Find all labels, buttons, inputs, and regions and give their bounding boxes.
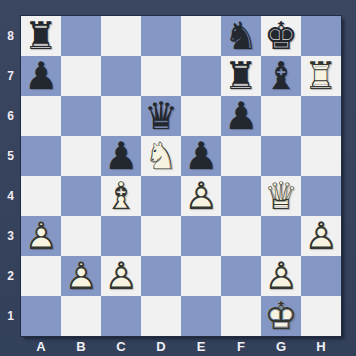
square-h1[interactable] xyxy=(301,296,341,336)
square-e4[interactable]: ♟♙ xyxy=(181,176,221,216)
square-g4[interactable]: ♛♕ xyxy=(261,176,301,216)
square-h6[interactable] xyxy=(301,96,341,136)
square-d5[interactable]: ♞♘ xyxy=(141,136,181,176)
square-b4[interactable] xyxy=(61,176,101,216)
square-b5[interactable] xyxy=(61,136,101,176)
square-d6[interactable]: ♛ xyxy=(141,96,181,136)
square-e7[interactable] xyxy=(181,56,221,96)
square-f5[interactable] xyxy=(221,136,261,176)
square-c3[interactable] xyxy=(101,216,141,256)
chess-board: ♜♞♚♟♜♝♜♖♛♟♟♞♘♟♝♗♟♙♛♕♟♙♟♙♟♙♟♙♟♙♚♔ xyxy=(21,16,341,336)
square-h3[interactable]: ♟♙ xyxy=(301,216,341,256)
black-bishop[interactable]: ♝ xyxy=(261,56,301,96)
square-f3[interactable] xyxy=(221,216,261,256)
black-bishop-fill-glyph: ♝ xyxy=(261,56,301,96)
square-c5[interactable]: ♟ xyxy=(101,136,141,176)
rank-label-2: 2 xyxy=(0,256,21,296)
rank-label-4: 4 xyxy=(0,176,21,216)
black-queen[interactable]: ♛ xyxy=(141,96,181,136)
white-pawn[interactable]: ♟♙ xyxy=(181,176,221,216)
square-a6[interactable] xyxy=(21,96,61,136)
white-knight-outline-glyph: ♘ xyxy=(141,136,181,176)
black-rook[interactable]: ♜ xyxy=(221,56,261,96)
white-pawn-outline-glyph: ♙ xyxy=(61,256,101,296)
square-g1[interactable]: ♚♔ xyxy=(261,296,301,336)
white-pawn-outline-glyph: ♙ xyxy=(21,216,61,256)
file-label-a: A xyxy=(21,336,61,356)
square-d1[interactable] xyxy=(141,296,181,336)
white-king[interactable]: ♚♔ xyxy=(261,296,301,336)
square-c6[interactable] xyxy=(101,96,141,136)
white-pawn[interactable]: ♟♙ xyxy=(261,256,301,296)
square-e1[interactable] xyxy=(181,296,221,336)
black-pawn[interactable]: ♟ xyxy=(21,56,61,96)
black-knight[interactable]: ♞ xyxy=(221,16,261,56)
rank-label-5: 5 xyxy=(0,136,21,176)
rank-label-1: 1 xyxy=(0,296,21,336)
square-f6[interactable]: ♟ xyxy=(221,96,261,136)
rank-label-7: 7 xyxy=(0,56,21,96)
file-label-g: G xyxy=(261,336,301,356)
rank-label-6: 6 xyxy=(0,96,21,136)
file-label-d: D xyxy=(141,336,181,356)
white-pawn[interactable]: ♟♙ xyxy=(61,256,101,296)
black-queen-fill-glyph: ♛ xyxy=(141,96,181,136)
square-c4[interactable]: ♝♗ xyxy=(101,176,141,216)
square-g3[interactable] xyxy=(261,216,301,256)
black-pawn[interactable]: ♟ xyxy=(101,136,141,176)
black-rook-fill-glyph: ♜ xyxy=(221,56,261,96)
square-g2[interactable]: ♟♙ xyxy=(261,256,301,296)
square-b8[interactable] xyxy=(61,16,101,56)
white-queen[interactable]: ♛♕ xyxy=(261,176,301,216)
square-f2[interactable] xyxy=(221,256,261,296)
black-pawn-fill-glyph: ♟ xyxy=(21,56,61,96)
black-pawn[interactable]: ♟ xyxy=(181,136,221,176)
white-knight[interactable]: ♞♘ xyxy=(141,136,181,176)
white-pawn-outline-glyph: ♙ xyxy=(301,216,341,256)
square-g6[interactable] xyxy=(261,96,301,136)
black-king[interactable]: ♚ xyxy=(261,16,301,56)
black-rook[interactable]: ♜ xyxy=(21,16,61,56)
white-pawn-outline-glyph: ♙ xyxy=(181,176,221,216)
black-knight-fill-glyph: ♞ xyxy=(221,16,261,56)
square-b2[interactable]: ♟♙ xyxy=(61,256,101,296)
square-f7[interactable]: ♜ xyxy=(221,56,261,96)
chess-diagram: 87654321 ♜♞♚♟♜♝♜♖♛♟♟♞♘♟♝♗♟♙♛♕♟♙♟♙♟♙♟♙♟♙♚… xyxy=(0,0,356,356)
white-pawn[interactable]: ♟♙ xyxy=(301,216,341,256)
square-g5[interactable] xyxy=(261,136,301,176)
file-label-c: C xyxy=(101,336,141,356)
file-label-e: E xyxy=(181,336,221,356)
white-pawn-outline-glyph: ♙ xyxy=(261,256,301,296)
square-d2[interactable] xyxy=(141,256,181,296)
file-label-b: B xyxy=(61,336,101,356)
square-e6[interactable] xyxy=(181,96,221,136)
square-c8[interactable] xyxy=(101,16,141,56)
square-f1[interactable] xyxy=(221,296,261,336)
square-b1[interactable] xyxy=(61,296,101,336)
square-c2[interactable]: ♟♙ xyxy=(101,256,141,296)
square-a8[interactable]: ♜ xyxy=(21,16,61,56)
black-pawn-fill-glyph: ♟ xyxy=(181,136,221,176)
black-pawn-fill-glyph: ♟ xyxy=(101,136,141,176)
black-rook-fill-glyph: ♜ xyxy=(21,16,61,56)
square-a3[interactable]: ♟♙ xyxy=(21,216,61,256)
square-a2[interactable] xyxy=(21,256,61,296)
white-bishop-outline-glyph: ♗ xyxy=(101,176,141,216)
white-rook[interactable]: ♜♖ xyxy=(301,56,341,96)
rank-label-3: 3 xyxy=(0,216,21,256)
square-c1[interactable] xyxy=(101,296,141,336)
black-pawn[interactable]: ♟ xyxy=(221,96,261,136)
square-h8[interactable] xyxy=(301,16,341,56)
white-pawn[interactable]: ♟♙ xyxy=(101,256,141,296)
square-f8[interactable]: ♞ xyxy=(221,16,261,56)
white-queen-outline-glyph: ♕ xyxy=(261,176,301,216)
square-h7[interactable]: ♜♖ xyxy=(301,56,341,96)
square-c7[interactable] xyxy=(101,56,141,96)
rank-labels: 87654321 xyxy=(0,16,21,336)
square-e5[interactable]: ♟ xyxy=(181,136,221,176)
square-f4[interactable] xyxy=(221,176,261,216)
black-king-fill-glyph: ♚ xyxy=(261,16,301,56)
square-d7[interactable] xyxy=(141,56,181,96)
square-e3[interactable] xyxy=(181,216,221,256)
square-d4[interactable] xyxy=(141,176,181,216)
square-h5[interactable] xyxy=(301,136,341,176)
square-a4[interactable] xyxy=(21,176,61,216)
square-d8[interactable] xyxy=(141,16,181,56)
rank-label-8: 8 xyxy=(0,16,21,56)
square-e8[interactable] xyxy=(181,16,221,56)
square-a7[interactable]: ♟ xyxy=(21,56,61,96)
square-g8[interactable]: ♚ xyxy=(261,16,301,56)
white-pawn-outline-glyph: ♙ xyxy=(101,256,141,296)
square-h2[interactable] xyxy=(301,256,341,296)
square-e2[interactable] xyxy=(181,256,221,296)
white-pawn[interactable]: ♟♙ xyxy=(21,216,61,256)
file-label-h: H xyxy=(301,336,341,356)
square-a5[interactable] xyxy=(21,136,61,176)
square-b6[interactable] xyxy=(61,96,101,136)
white-king-outline-glyph: ♔ xyxy=(261,296,301,336)
square-a1[interactable] xyxy=(21,296,61,336)
white-bishop[interactable]: ♝♗ xyxy=(101,176,141,216)
square-h4[interactable] xyxy=(301,176,341,216)
file-label-f: F xyxy=(221,336,261,356)
black-pawn-fill-glyph: ♟ xyxy=(221,96,261,136)
file-labels: ABCDEFGH xyxy=(21,336,341,356)
white-rook-outline-glyph: ♖ xyxy=(301,56,341,96)
square-b7[interactable] xyxy=(61,56,101,96)
square-g7[interactable]: ♝ xyxy=(261,56,301,96)
square-b3[interactable] xyxy=(61,216,101,256)
square-d3[interactable] xyxy=(141,216,181,256)
